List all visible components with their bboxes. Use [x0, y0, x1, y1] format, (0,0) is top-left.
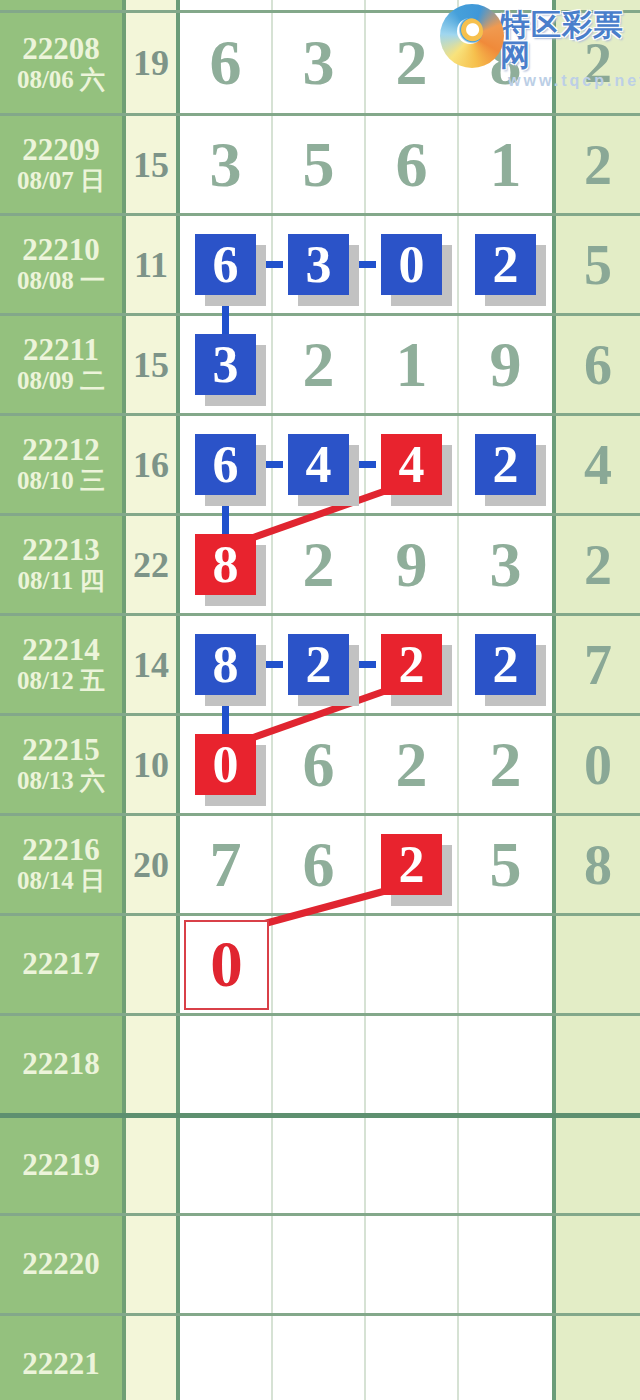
draw-row: 22217 0: [0, 913, 640, 1013]
draw-row: 22211 08/09 二 15 3 2 1 9 6: [0, 313, 640, 413]
right-cell: 2: [552, 116, 640, 213]
draw-date: 08/08 一: [17, 267, 105, 295]
digit-cell: [180, 0, 273, 10]
right-digit: 8: [584, 837, 612, 893]
number-box-blue: 3: [195, 334, 256, 395]
digit-cell: 2: [366, 616, 459, 713]
digit-cell: 3: [459, 516, 552, 613]
sum-cell: 11: [126, 216, 180, 313]
period-cell: 22214 08/12 五: [0, 616, 126, 713]
right-cell: 8: [552, 816, 640, 913]
sum-value: 10: [133, 744, 169, 786]
digit: 6: [396, 133, 428, 197]
digit-cell: [366, 1316, 459, 1400]
digit-cell: 3: [273, 13, 366, 113]
digit: 1: [490, 133, 522, 197]
right-cell: [552, 1316, 640, 1400]
sum-value: 19: [133, 42, 169, 84]
draw-date: 08/12 五: [17, 667, 105, 695]
number-box-blue: 2: [475, 434, 536, 495]
right-cell: 6: [552, 316, 640, 413]
sum-cell: 16: [126, 416, 180, 513]
digit-cell: 6: [273, 716, 366, 813]
digit: 3: [210, 133, 242, 197]
draw-date: 08/10 三: [17, 467, 105, 495]
period-cell: 22219: [0, 1118, 126, 1213]
draw-row: 22219: [0, 1113, 640, 1213]
digit: 2: [303, 533, 335, 597]
sum-cell: [126, 1216, 180, 1313]
digit: 6: [210, 31, 242, 95]
draw-row: 22213 08/11 四 22 8 2 9 3 2: [0, 513, 640, 613]
draw-row: 22220: [0, 1213, 640, 1313]
draw-row: 22221: [0, 1313, 640, 1400]
period-cell: 22215 08/13 六: [0, 716, 126, 813]
digit-cell: 6: [273, 816, 366, 913]
digit-cell: 6: [180, 416, 273, 513]
digit-cell: [459, 1016, 552, 1113]
digit-cell: 1: [459, 116, 552, 213]
sum-value: 15: [133, 144, 169, 186]
right-digit: 7: [584, 637, 612, 693]
digit-cell: [273, 1216, 366, 1313]
digit-cell: 2: [366, 816, 459, 913]
sum-cell: 20: [126, 816, 180, 913]
period-number: 22216: [22, 834, 100, 867]
draw-rows: 22208 08/06 六 19 6 3 2 8 2 22209 08/07 日…: [0, 13, 640, 1400]
digit-cell: [459, 1216, 552, 1313]
right-cell: [552, 1016, 640, 1113]
period-number: 22208: [22, 33, 100, 66]
right-cell: 5: [552, 216, 640, 313]
period-number: 22213: [22, 534, 100, 567]
draw-row: 22216 08/14 日 20 7 6 2 5 8: [0, 813, 640, 913]
digit-cell: [459, 1316, 552, 1400]
period-number: 22219: [22, 1149, 100, 1182]
sum-cell: 15: [126, 316, 180, 413]
number-box-blue: 3: [288, 234, 349, 295]
period-cell: [0, 0, 126, 10]
digit-cell: [273, 1016, 366, 1113]
digit: 9: [396, 533, 428, 597]
right-cell: 0: [552, 716, 640, 813]
period-cell: 22209 08/07 日: [0, 116, 126, 213]
period-number: 22215: [22, 734, 100, 767]
period-number: 22209: [22, 134, 100, 167]
digit: 1: [396, 333, 428, 397]
digit-cell: [180, 1316, 273, 1400]
digit-cell: [366, 1118, 459, 1213]
period-number: 22218: [22, 1048, 100, 1081]
site-logo[interactable]: 特区彩票网 www.tqcp.net: [440, 4, 640, 90]
period-number: 22217: [22, 948, 100, 981]
draw-row: 22212 08/10 三 16 6 4 4 2 4: [0, 413, 640, 513]
digit-cell: 0: [366, 216, 459, 313]
digit-cell: 8: [180, 616, 273, 713]
period-number: 22221: [22, 1348, 100, 1381]
digit-cell: [459, 916, 552, 1013]
period-cell: 22220: [0, 1216, 126, 1313]
digit: 2: [396, 733, 428, 797]
period-cell: 22213 08/11 四: [0, 516, 126, 613]
number-box-blue: 6: [195, 434, 256, 495]
digit-cell: 3: [180, 316, 273, 413]
draw-row: 22210 08/08 一 11 6 3 0 2 5: [0, 213, 640, 313]
sum-cell: 10: [126, 716, 180, 813]
digit-cell: 9: [366, 516, 459, 613]
digit: 6: [303, 733, 335, 797]
draw-row: 22218: [0, 1013, 640, 1113]
digit: 5: [303, 133, 335, 197]
period-number: 22214: [22, 634, 100, 667]
period-cell: 22217: [0, 916, 126, 1013]
digit-cell: 2: [273, 616, 366, 713]
number-box-red: 4: [381, 434, 442, 495]
number-box-blue: 2: [288, 634, 349, 695]
sum-cell: 14: [126, 616, 180, 713]
digit-cell: 8: [180, 516, 273, 613]
right-digit: 4: [584, 437, 612, 493]
draw-date: 08/09 二: [17, 367, 105, 395]
digit-cell: [366, 916, 459, 1013]
right-cell: [552, 1216, 640, 1313]
right-digit: 5: [584, 237, 612, 293]
number-box-blue: 2: [475, 234, 536, 295]
digit: 2: [490, 733, 522, 797]
digit-cell: 3: [273, 216, 366, 313]
sum-value: 14: [133, 644, 169, 686]
right-digit: 6: [584, 337, 612, 393]
right-cell: [552, 916, 640, 1013]
period-number: 22212: [22, 434, 100, 467]
sum-value: 16: [133, 444, 169, 486]
digit-cell: [180, 1216, 273, 1313]
digit-cell: [273, 1118, 366, 1213]
right-digit: 2: [584, 137, 612, 193]
digit: 3: [490, 533, 522, 597]
digit-cell: [273, 916, 366, 1013]
digit: 9: [490, 333, 522, 397]
sum-value: 11: [134, 244, 168, 286]
digit-cell: [180, 1118, 273, 1213]
sum-cell: [126, 1316, 180, 1400]
right-digit: 2: [584, 537, 612, 593]
digit-cell: 9: [459, 316, 552, 413]
digit: 6: [303, 833, 335, 897]
digit-cell: [366, 1216, 459, 1313]
number-box-red: 0: [195, 734, 256, 795]
number-box-red: 2: [381, 634, 442, 695]
draw-date: 08/06 六: [17, 66, 105, 94]
sum-value: 20: [133, 844, 169, 886]
sum-value: 15: [133, 344, 169, 386]
digit-cell: 6: [180, 13, 273, 113]
draw-date: 08/14 日: [17, 867, 105, 895]
sum-cell: 19: [126, 13, 180, 113]
digit-cell: 0: [180, 716, 273, 813]
digit-cell: 6: [366, 116, 459, 213]
period-number: 22210: [22, 234, 100, 267]
digit-cell: 7: [180, 816, 273, 913]
period-cell: 22218: [0, 1016, 126, 1113]
draw-date: 08/07 日: [17, 167, 105, 195]
number-box-blue: 0: [381, 234, 442, 295]
digit-cell: 4: [273, 416, 366, 513]
period-cell: 22211 08/09 二: [0, 316, 126, 413]
digit-cell: 4: [366, 416, 459, 513]
right-cell: 2: [552, 516, 640, 613]
digit-cell: 2: [273, 316, 366, 413]
digit-cell: 2: [273, 516, 366, 613]
sum-cell: [126, 916, 180, 1013]
digit-cell: [273, 1316, 366, 1400]
period-cell: 22208 08/06 六: [0, 13, 126, 113]
digit-cell: 6: [180, 216, 273, 313]
digit-cell: 1: [366, 316, 459, 413]
period-cell: 22216 08/14 日: [0, 816, 126, 913]
draw-row: 22209 08/07 日 15 3 5 6 1 2: [0, 113, 640, 213]
draw-row: 22214 08/12 五 14 8 2 2 2 7: [0, 613, 640, 713]
digit-cell: 2: [366, 716, 459, 813]
digit-cell: [366, 1016, 459, 1113]
period-number: 22220: [22, 1248, 100, 1281]
logo-swirl-icon: [440, 4, 504, 68]
digit-cell: 3: [180, 116, 273, 213]
digit-cell: [273, 0, 366, 10]
period-cell: 22212 08/10 三: [0, 416, 126, 513]
sum-cell: [126, 1118, 180, 1213]
period-cell: 22210 08/08 一: [0, 216, 126, 313]
period-cell: 22221: [0, 1316, 126, 1400]
right-cell: [552, 1118, 640, 1213]
digit-cell: [180, 1016, 273, 1113]
draw-date: 08/13 六: [17, 767, 105, 795]
sum-cell: [126, 1016, 180, 1113]
digit-cell: [459, 1118, 552, 1213]
digit: 2: [396, 31, 428, 95]
right-cell: 4: [552, 416, 640, 513]
sum-value: 22: [133, 544, 169, 586]
number-box-blue: 4: [288, 434, 349, 495]
digit-cell: 2: [459, 416, 552, 513]
period-number: 22211: [23, 334, 99, 367]
sum-cell: [126, 0, 180, 10]
right-digit: 0: [584, 737, 612, 793]
digit: 2: [303, 333, 335, 397]
digit-cell: 0: [180, 916, 273, 1013]
digit-cell: 2: [459, 616, 552, 713]
right-cell: 7: [552, 616, 640, 713]
number-box-blue: 8: [195, 634, 256, 695]
digit-cell: 5: [273, 116, 366, 213]
number-box-red: 2: [381, 834, 442, 895]
site-name: 特区彩票网: [500, 10, 640, 70]
site-watermark: www.tqcp.net: [508, 72, 640, 90]
number-box-blue: 6: [195, 234, 256, 295]
sum-cell: 22: [126, 516, 180, 613]
digit-cell: 2: [459, 716, 552, 813]
digit: 5: [490, 833, 522, 897]
number-box-red: 8: [195, 534, 256, 595]
draw-date: 08/11 四: [18, 567, 105, 595]
number-box-blue: 2: [475, 634, 536, 695]
digit-cell: 2: [459, 216, 552, 313]
digit: 7: [210, 833, 242, 897]
number-box-outline: 0: [184, 920, 269, 1010]
draw-row: 22215 08/13 六 10 0 6 2 2 0: [0, 713, 640, 813]
sum-cell: 15: [126, 116, 180, 213]
digit: 3: [303, 31, 335, 95]
digit-cell: 5: [459, 816, 552, 913]
lottery-trend-chart: 22208 08/06 六 19 6 3 2 8 2 22209 08/07 日…: [0, 0, 640, 1400]
